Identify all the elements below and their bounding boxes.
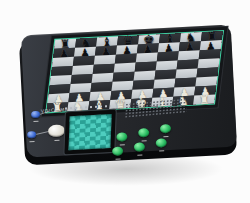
board-grid: ♜♞♝♛♚♝♞♜♟♟♟♟♟♟♟♟♟♟♟♟♟♟♟♟♜♞♝♛♚♝♞♜	[46, 31, 223, 112]
square-h1[interactable]: ♜	[193, 94, 215, 104]
chess-board: ♜♞♝♛♚♝♞♜♟♟♟♟♟♟♟♟♟♟♟♟♟♟♟♟♜♞♝♛♚♝♞♜	[46, 31, 223, 112]
green-button-1[interactable]	[116, 132, 127, 142]
piece-white-rook[interactable]: ♜	[193, 95, 214, 106]
green-button-2[interactable]	[138, 128, 149, 138]
green-button-4[interactable]	[112, 146, 123, 156]
chess-computer: ♜♞♝♛♚♝♞♜♟♟♟♟♟♟♟♟♟♟♟♟♟♟♟♟♜♞♝♛♚♝♞♜ VOICE M…	[21, 25, 237, 158]
product-photo-scene: ♜♞♝♛♚♝♞♜♟♟♟♟♟♟♟♟♟♟♟♟♟♟♟♟♜♞♝♛♚♝♞♜ VOICE M…	[0, 0, 250, 203]
green-button-3[interactable]	[160, 124, 171, 134]
lcd-bezel	[63, 109, 116, 156]
green-button-6[interactable]	[156, 138, 167, 148]
green-keypad	[110, 120, 176, 159]
green-button-5[interactable]	[134, 142, 145, 152]
lcd-screen	[69, 114, 112, 150]
